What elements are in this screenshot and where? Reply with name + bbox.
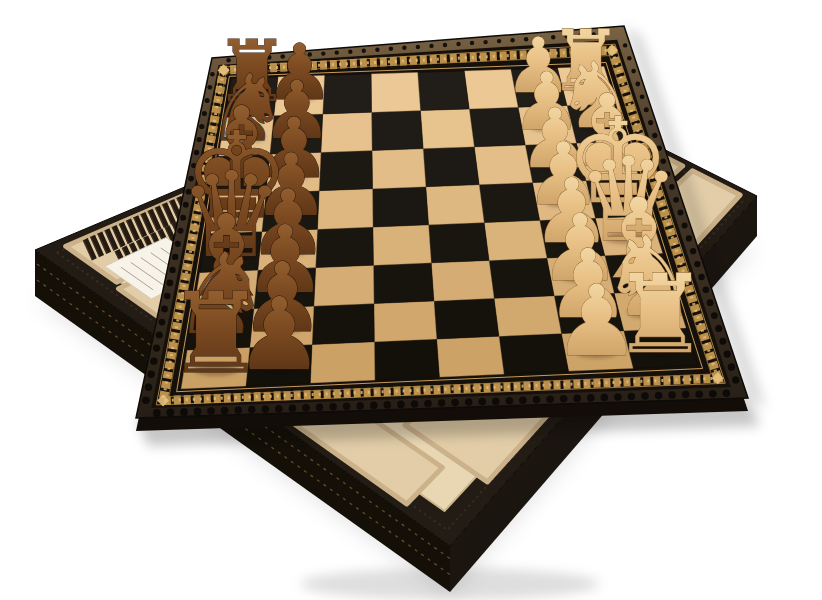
rope-notch xyxy=(723,389,731,397)
square-b5[interactable] xyxy=(374,301,437,342)
square-g4[interactable] xyxy=(420,109,474,149)
rope-notch xyxy=(709,390,717,398)
rope-notch xyxy=(159,319,166,326)
rope-notch xyxy=(302,404,310,412)
square-f4[interactable] xyxy=(423,147,479,187)
rope-notch xyxy=(348,50,352,54)
rope-notch xyxy=(732,376,739,383)
rope-notch xyxy=(262,405,270,413)
rope-notch xyxy=(456,42,460,46)
rope-notch xyxy=(483,40,487,44)
rope-notch xyxy=(719,338,726,345)
rope-notch xyxy=(148,371,155,378)
rope-notch xyxy=(587,394,595,402)
rope-notch xyxy=(533,396,541,404)
rope-notch xyxy=(335,50,339,54)
rope-notch xyxy=(668,391,676,399)
rope-notch xyxy=(443,43,447,47)
rope-notch xyxy=(362,49,366,53)
rope-notch xyxy=(156,332,163,339)
rope-notch xyxy=(402,46,406,50)
rope-notch xyxy=(356,402,364,410)
rope-notch xyxy=(724,351,731,358)
rope-notch xyxy=(416,45,420,49)
square-d4[interactable] xyxy=(429,223,490,263)
product-photo-scene: ♜♟♟♜♞♟♟♞♝♟♟♝♚♟♟♚♛♟♟♛♝♟♟♝♞♟♟♞♜♟♟♜ xyxy=(0,0,822,600)
rope-notch xyxy=(424,400,432,408)
rope-notch xyxy=(497,39,501,43)
chess-set-photo: ♜♟♟♜♞♟♟♞♝♟♟♝♚♟♟♚♛♟♟♛♝♟♟♝♞♟♟♞♜♟♟♜ xyxy=(0,0,822,600)
rope-notch xyxy=(248,406,256,414)
rope-notch xyxy=(682,391,690,399)
square-b4[interactable] xyxy=(434,298,499,339)
piece-black-rook-a8[interactable]: ♜ xyxy=(166,269,266,398)
rope-notch xyxy=(451,399,459,407)
square-c4[interactable] xyxy=(431,260,494,301)
rope-notch xyxy=(601,394,609,402)
rope-notch xyxy=(695,390,703,398)
square-c5[interactable] xyxy=(373,263,434,304)
rope-notch xyxy=(329,403,337,411)
rope-notch xyxy=(375,48,379,52)
square-h4[interactable] xyxy=(418,71,470,111)
rope-notch xyxy=(728,363,735,370)
rope-notch xyxy=(560,395,568,403)
piece-white-pawn-a2[interactable]: ♟ xyxy=(553,264,641,378)
rope-notch xyxy=(145,384,152,391)
rope-notch xyxy=(492,397,500,405)
square-e4[interactable] xyxy=(426,185,484,225)
rope-notch xyxy=(194,408,202,416)
rope-notch xyxy=(411,400,419,408)
rope-notch xyxy=(275,405,283,413)
rope-notch xyxy=(438,399,446,407)
square-h5[interactable] xyxy=(371,73,420,113)
square-d5[interactable] xyxy=(373,225,431,265)
square-e5[interactable] xyxy=(373,187,429,227)
square-f5[interactable] xyxy=(372,149,426,189)
rope-notch xyxy=(289,404,297,412)
rope-notch xyxy=(180,408,188,416)
square-a5[interactable] xyxy=(374,339,439,380)
rope-notch xyxy=(207,407,215,415)
rope-notch xyxy=(370,402,378,410)
rope-notch xyxy=(153,345,160,352)
rope-notch xyxy=(711,312,718,319)
rope-notch xyxy=(343,403,351,411)
rope-notch xyxy=(573,395,581,403)
rope-notch xyxy=(389,47,393,51)
rope-notch xyxy=(316,404,324,412)
rope-notch xyxy=(384,401,392,409)
rope-notch xyxy=(715,325,722,332)
rope-notch xyxy=(519,396,527,404)
rope-notch xyxy=(153,409,161,417)
rope-notch xyxy=(142,397,150,405)
rope-notch xyxy=(479,398,487,406)
rope-notch xyxy=(470,41,474,45)
rope-notch xyxy=(234,406,242,414)
rope-notch xyxy=(221,407,229,415)
rope-notch xyxy=(166,409,174,417)
square-g5[interactable] xyxy=(372,111,424,151)
rope-notch xyxy=(397,401,405,409)
rope-notch xyxy=(628,393,636,401)
rope-notch xyxy=(546,396,554,404)
rope-notch xyxy=(429,44,433,48)
rope-notch xyxy=(150,358,157,365)
rope-notch xyxy=(641,392,649,400)
rope-notch xyxy=(506,397,514,405)
rope-notch xyxy=(655,392,663,400)
rope-notch xyxy=(465,398,473,406)
square-a4[interactable] xyxy=(437,336,504,377)
rope-notch xyxy=(614,393,622,401)
